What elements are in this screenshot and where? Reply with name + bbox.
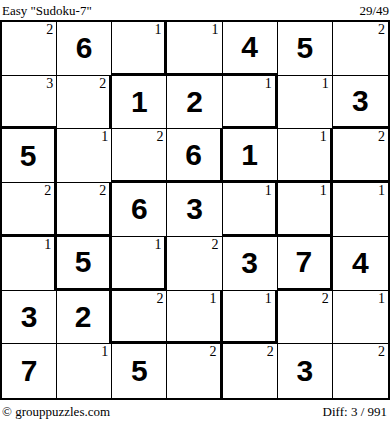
corner-mark: 1: [101, 344, 108, 360]
corner-mark: 2: [212, 237, 219, 253]
given-digit: 5: [131, 356, 148, 386]
cell-r1c4[interactable]: 1: [167, 22, 222, 76]
cell-r5c6[interactable]: 7: [278, 237, 333, 291]
corner-mark: 2: [267, 344, 274, 360]
cell-r7c2[interactable]: 1: [57, 344, 112, 398]
cell-r4c6[interactable]: 1: [278, 183, 333, 237]
cell-r5c7[interactable]: 4: [333, 237, 388, 291]
cell-r6c5[interactable]: 1: [223, 291, 278, 345]
cell-r5c4[interactable]: 2: [167, 237, 222, 291]
cell-r3c6[interactable]: 1: [278, 129, 333, 183]
cell-r4c5[interactable]: 1: [223, 183, 278, 237]
cell-r1c7[interactable]: 2: [333, 22, 388, 76]
corner-mark: 1: [265, 291, 272, 307]
corner-mark: 2: [156, 291, 163, 307]
cell-r2c5[interactable]: 1: [223, 76, 278, 130]
cell-r3c3[interactable]: 2: [112, 129, 167, 183]
given-digit: 1: [241, 140, 258, 170]
cell-r2c1[interactable]: 3: [2, 76, 57, 130]
cell-r4c7[interactable]: 1: [333, 183, 388, 237]
corner-mark: 1: [154, 237, 161, 253]
cell-r1c6[interactable]: 5: [278, 22, 333, 76]
cells-counter: 29/49: [359, 3, 389, 19]
footer: © grouppuzzles.com Diff: 3 / 991: [2, 404, 387, 420]
cell-r7c1[interactable]: 7: [2, 344, 57, 398]
given-digit: 5: [20, 141, 37, 171]
corner-mark: 2: [99, 76, 106, 92]
corner-mark: 2: [44, 183, 51, 199]
given-digit: 2: [75, 302, 92, 332]
copyright-label: © grouppuzzles.com: [2, 404, 110, 420]
corner-mark: 1: [265, 76, 272, 92]
corner-mark: 1: [101, 129, 108, 145]
given-digit: 3: [352, 86, 369, 116]
given-digit: 6: [131, 194, 148, 224]
given-digit: 3: [186, 194, 203, 224]
cell-r1c1[interactable]: 2: [2, 22, 57, 76]
corner-mark: 3: [46, 76, 53, 92]
cell-r2c6[interactable]: 1: [278, 76, 333, 130]
given-digit: 2: [186, 87, 203, 117]
corner-mark: 1: [378, 291, 385, 307]
cell-r6c6[interactable]: 2: [278, 291, 333, 345]
cell-r2c4[interactable]: 2: [167, 76, 222, 130]
given-digit: 5: [296, 33, 313, 63]
puzzle-page: Easy "Sudoku-7" 29/49 261145232121135126…: [0, 0, 391, 426]
given-digit: 4: [352, 248, 369, 278]
corner-mark: 1: [212, 22, 219, 38]
cell-r2c3[interactable]: 1: [112, 76, 167, 130]
given-digit: 5: [75, 247, 92, 277]
difficulty-label: Diff: 3 / 991: [323, 404, 387, 420]
cell-r7c4[interactable]: 2: [167, 344, 222, 398]
given-digit: 6: [76, 33, 93, 63]
cell-r5c5[interactable]: 3: [223, 237, 278, 291]
cell-r3c7[interactable]: 2: [333, 129, 388, 183]
corner-mark: 2: [378, 344, 385, 360]
cell-r3c4[interactable]: 6: [167, 129, 222, 183]
given-digit: 3: [241, 248, 258, 278]
given-digit: 3: [21, 302, 38, 332]
cell-r3c2[interactable]: 1: [57, 129, 112, 183]
cell-r6c4[interactable]: 1: [167, 291, 222, 345]
corner-mark: 2: [46, 22, 53, 38]
corner-mark: 1: [265, 183, 272, 199]
corner-mark: 2: [378, 129, 385, 145]
cell-r2c7[interactable]: 3: [333, 76, 388, 130]
cell-r6c3[interactable]: 2: [112, 291, 167, 345]
cell-r5c1[interactable]: 1: [2, 237, 57, 291]
cell-r4c3[interactable]: 6: [112, 183, 167, 237]
header: Easy "Sudoku-7" 29/49: [2, 3, 389, 19]
cell-r6c7[interactable]: 1: [333, 291, 388, 345]
corner-mark: 1: [322, 76, 329, 92]
cell-r1c3[interactable]: 1: [112, 22, 167, 76]
cell-r7c3[interactable]: 5: [112, 344, 167, 398]
given-digit: 3: [296, 356, 313, 386]
given-digit: 7: [295, 247, 312, 277]
cell-r3c1[interactable]: 5: [2, 129, 57, 183]
cell-r1c2[interactable]: 6: [57, 22, 112, 76]
cell-r5c2[interactable]: 5: [57, 237, 112, 291]
corner-mark: 1: [320, 183, 327, 199]
cell-r4c2[interactable]: 2: [57, 183, 112, 237]
corner-mark: 2: [378, 22, 385, 38]
corner-mark: 1: [210, 291, 217, 307]
corner-mark: 1: [154, 22, 161, 38]
corner-mark: 1: [320, 129, 327, 145]
cell-r7c6[interactable]: 3: [278, 344, 333, 398]
cell-r6c1[interactable]: 3: [2, 291, 57, 345]
cell-r7c7[interactable]: 2: [333, 344, 388, 398]
cell-r6c2[interactable]: 2: [57, 291, 112, 345]
given-digit: 7: [21, 356, 38, 386]
cell-r4c4[interactable]: 3: [167, 183, 222, 237]
cell-r4c1[interactable]: 2: [2, 183, 57, 237]
given-digit: 4: [241, 32, 258, 62]
given-digit: 1: [131, 87, 148, 117]
cell-r3c5[interactable]: 1: [223, 129, 278, 183]
puzzle-grid: 2611452321211351261122263111151237432211…: [0, 20, 390, 400]
corner-mark: 2: [156, 129, 163, 145]
cell-r2c2[interactable]: 2: [57, 76, 112, 130]
corner-mark: 1: [44, 237, 51, 253]
corner-mark: 2: [322, 291, 329, 307]
corner-mark: 2: [210, 344, 217, 360]
cell-r5c3[interactable]: 1: [112, 237, 167, 291]
page-title: Easy "Sudoku-7": [2, 3, 92, 19]
cell-r1c5[interactable]: 4: [223, 22, 278, 76]
corner-mark: 2: [99, 183, 106, 199]
corner-mark: 1: [378, 183, 385, 199]
cell-r7c5[interactable]: 2: [223, 344, 278, 398]
given-digit: 6: [185, 140, 202, 170]
